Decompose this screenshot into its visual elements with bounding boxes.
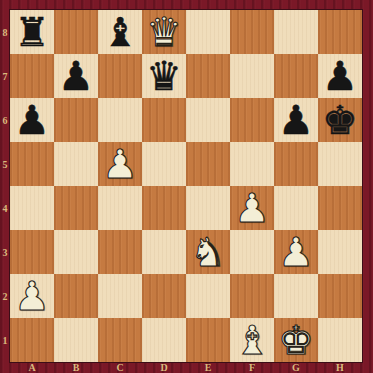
square-f6[interactable] bbox=[230, 98, 274, 142]
square-h4[interactable] bbox=[318, 186, 362, 230]
square-h1[interactable] bbox=[318, 318, 362, 362]
chess-app-window: { "game": "chess", "position": { "fen": … bbox=[0, 0, 373, 373]
white-queen-d8[interactable]: ♛ bbox=[146, 10, 182, 54]
square-h3[interactable] bbox=[318, 230, 362, 274]
square-c7[interactable] bbox=[98, 54, 142, 98]
square-c2[interactable] bbox=[98, 274, 142, 318]
black-pawn-g6[interactable]: ♟ bbox=[278, 98, 314, 142]
square-d5[interactable] bbox=[142, 142, 186, 186]
square-h8[interactable] bbox=[318, 10, 362, 54]
square-a4[interactable] bbox=[10, 186, 54, 230]
square-d2[interactable] bbox=[142, 274, 186, 318]
square-b8[interactable] bbox=[54, 10, 98, 54]
square-a7[interactable] bbox=[10, 54, 54, 98]
square-e6[interactable] bbox=[186, 98, 230, 142]
square-a5[interactable] bbox=[10, 142, 54, 186]
square-b2[interactable] bbox=[54, 274, 98, 318]
square-f1[interactable]: ♝ bbox=[230, 318, 274, 362]
square-g7[interactable] bbox=[274, 54, 318, 98]
square-d6[interactable] bbox=[142, 98, 186, 142]
square-f3[interactable] bbox=[230, 230, 274, 274]
square-f7[interactable] bbox=[230, 54, 274, 98]
rank-label-8: 8 bbox=[0, 10, 10, 54]
square-d4[interactable] bbox=[142, 186, 186, 230]
file-label-c: C bbox=[98, 362, 142, 373]
rank-label-4: 4 bbox=[0, 186, 10, 230]
square-e1[interactable] bbox=[186, 318, 230, 362]
square-c4[interactable] bbox=[98, 186, 142, 230]
square-a3[interactable] bbox=[10, 230, 54, 274]
file-label-e: E bbox=[186, 362, 230, 373]
square-g5[interactable] bbox=[274, 142, 318, 186]
square-f8[interactable] bbox=[230, 10, 274, 54]
black-pawn-h7[interactable]: ♟ bbox=[322, 54, 358, 98]
square-g2[interactable] bbox=[274, 274, 318, 318]
black-pawn-a6[interactable]: ♟ bbox=[14, 98, 50, 142]
black-king-h6[interactable]: ♚ bbox=[322, 98, 358, 142]
white-pawn-g3[interactable]: ♟ bbox=[278, 230, 314, 274]
square-a8[interactable]: ♜ bbox=[10, 10, 54, 54]
square-b5[interactable] bbox=[54, 142, 98, 186]
square-c6[interactable] bbox=[98, 98, 142, 142]
square-e5[interactable] bbox=[186, 142, 230, 186]
square-g4[interactable] bbox=[274, 186, 318, 230]
file-label-d: D bbox=[142, 362, 186, 373]
black-queen-d7[interactable]: ♛ bbox=[146, 54, 182, 98]
square-h2[interactable] bbox=[318, 274, 362, 318]
square-f4[interactable]: ♟ bbox=[230, 186, 274, 230]
white-bishop-f1[interactable]: ♝ bbox=[234, 318, 270, 362]
black-rook-a8[interactable]: ♜ bbox=[14, 10, 50, 54]
file-label-f: F bbox=[230, 362, 274, 373]
square-c8[interactable]: ♝ bbox=[98, 10, 142, 54]
square-e7[interactable] bbox=[186, 54, 230, 98]
black-bishop-c8[interactable]: ♝ bbox=[102, 10, 138, 54]
square-d8[interactable]: ♛ bbox=[142, 10, 186, 54]
file-label-b: B bbox=[54, 362, 98, 373]
rank-label-1: 1 bbox=[0, 318, 10, 362]
square-b4[interactable] bbox=[54, 186, 98, 230]
square-d1[interactable] bbox=[142, 318, 186, 362]
rank-label-3: 3 bbox=[0, 230, 10, 274]
square-a6[interactable]: ♟ bbox=[10, 98, 54, 142]
white-king-g1[interactable]: ♚ bbox=[278, 318, 314, 362]
white-pawn-f4[interactable]: ♟ bbox=[234, 186, 270, 230]
square-g1[interactable]: ♚ bbox=[274, 318, 318, 362]
square-e8[interactable] bbox=[186, 10, 230, 54]
square-b7[interactable]: ♟ bbox=[54, 54, 98, 98]
square-e2[interactable] bbox=[186, 274, 230, 318]
square-g6[interactable]: ♟ bbox=[274, 98, 318, 142]
square-b1[interactable] bbox=[54, 318, 98, 362]
square-b6[interactable] bbox=[54, 98, 98, 142]
white-pawn-a2[interactable]: ♟ bbox=[14, 274, 50, 318]
square-f2[interactable] bbox=[230, 274, 274, 318]
square-a2[interactable]: ♟ bbox=[10, 274, 54, 318]
square-c1[interactable] bbox=[98, 318, 142, 362]
square-f5[interactable] bbox=[230, 142, 274, 186]
square-c3[interactable] bbox=[98, 230, 142, 274]
white-pawn-c5[interactable]: ♟ bbox=[102, 142, 138, 186]
square-e3[interactable]: ♞ bbox=[186, 230, 230, 274]
square-h6[interactable]: ♚ bbox=[318, 98, 362, 142]
square-g3[interactable]: ♟ bbox=[274, 230, 318, 274]
black-pawn-b7[interactable]: ♟ bbox=[58, 54, 94, 98]
rank-label-2: 2 bbox=[0, 274, 10, 318]
square-d7[interactable]: ♛ bbox=[142, 54, 186, 98]
square-g8[interactable] bbox=[274, 10, 318, 54]
square-c5[interactable]: ♟ bbox=[98, 142, 142, 186]
file-label-g: G bbox=[274, 362, 318, 373]
file-label-a: A bbox=[10, 362, 54, 373]
white-knight-e3[interactable]: ♞ bbox=[190, 230, 226, 274]
square-d3[interactable] bbox=[142, 230, 186, 274]
square-e4[interactable] bbox=[186, 186, 230, 230]
square-h7[interactable]: ♟ bbox=[318, 54, 362, 98]
square-a1[interactable] bbox=[10, 318, 54, 362]
rank-label-5: 5 bbox=[0, 142, 10, 186]
rank-label-7: 7 bbox=[0, 54, 10, 98]
rank-label-6: 6 bbox=[0, 98, 10, 142]
square-h5[interactable] bbox=[318, 142, 362, 186]
square-b3[interactable] bbox=[54, 230, 98, 274]
file-label-h: H bbox=[318, 362, 362, 373]
chess-board: ♜♝♛♟♛♟♟♟♚♟♟♞♟♟♝♚ bbox=[10, 10, 362, 362]
